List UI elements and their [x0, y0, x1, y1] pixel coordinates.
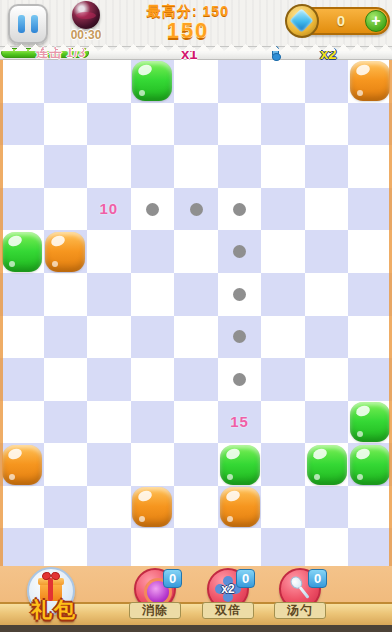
- board-cell[interactable]: [0, 273, 44, 316]
- path-dot: [146, 203, 159, 216]
- board-cell[interactable]: [174, 103, 218, 146]
- board-cell[interactable]: [44, 443, 88, 486]
- board-cell[interactable]: [0, 103, 44, 146]
- powerup-label: 双倍: [202, 602, 254, 619]
- board-cell[interactable]: [44, 103, 88, 146]
- top-bar: 00:30 最高分: 150 150 0 +: [0, 0, 392, 46]
- board-cell[interactable]: [44, 188, 88, 231]
- powerup-count-badge: 0: [236, 569, 255, 588]
- board-cell[interactable]: [87, 60, 131, 103]
- board-cell[interactable]: [348, 273, 392, 316]
- green-candy[interactable]: [2, 232, 42, 272]
- board-cell[interactable]: [44, 528, 88, 566]
- gift-label[interactable]: 礼包: [31, 596, 77, 624]
- board-cell[interactable]: [131, 401, 175, 444]
- game-board[interactable]: 1015: [0, 60, 392, 566]
- pause-button[interactable]: [8, 4, 48, 44]
- board-cell[interactable]: [261, 230, 305, 273]
- orange-candy[interactable]: [132, 487, 172, 527]
- board-cell[interactable]: [87, 358, 131, 401]
- powerup-count-badge: 0: [308, 569, 327, 588]
- board-cell[interactable]: [131, 443, 175, 486]
- game-screen: 1015 00:30 最高分: 150 150 0 + 连击 1/3 x1 x2: [0, 0, 392, 632]
- gem-icon: [285, 4, 319, 38]
- orange-candy[interactable]: [350, 61, 390, 101]
- board-cell[interactable]: [348, 358, 392, 401]
- board-cell[interactable]: [305, 145, 349, 188]
- board-cell[interactable]: [44, 401, 88, 444]
- board-cell[interactable]: [261, 358, 305, 401]
- board-cell[interactable]: [87, 528, 131, 566]
- board-cell[interactable]: [131, 358, 175, 401]
- orange-candy[interactable]: [220, 487, 260, 527]
- green-candy[interactable]: [220, 445, 260, 485]
- add-gems-button[interactable]: +: [365, 10, 387, 32]
- board-cell[interactable]: [218, 60, 262, 103]
- board-cell[interactable]: [0, 486, 44, 529]
- board-cell[interactable]: [218, 103, 262, 146]
- board-cell[interactable]: [348, 188, 392, 231]
- board-cell[interactable]: [87, 316, 131, 359]
- board-cell[interactable]: [0, 401, 44, 444]
- board-cell[interactable]: [174, 528, 218, 566]
- board-cell[interactable]: [305, 316, 349, 359]
- board-cell[interactable]: [131, 528, 175, 566]
- board-cell[interactable]: [348, 316, 392, 359]
- board-cell[interactable]: [0, 358, 44, 401]
- orange-candy[interactable]: [45, 232, 85, 272]
- current-score: 150: [118, 18, 258, 44]
- green-candy[interactable]: [350, 445, 390, 485]
- board-cell[interactable]: [305, 230, 349, 273]
- board-cell[interactable]: [87, 486, 131, 529]
- board-cell[interactable]: [174, 145, 218, 188]
- board-cell[interactable]: [261, 528, 305, 566]
- board-cell[interactable]: [174, 273, 218, 316]
- board-cell[interactable]: [305, 188, 349, 231]
- powerup-label: 汤勺: [274, 602, 326, 619]
- board-cell[interactable]: [305, 528, 349, 566]
- board-cell[interactable]: [261, 145, 305, 188]
- board-cell[interactable]: [305, 401, 349, 444]
- shelf-base: [0, 625, 392, 632]
- board-cell[interactable]: [348, 528, 392, 566]
- gem-count: 0: [320, 12, 362, 29]
- path-dot: [190, 203, 203, 216]
- board-cell[interactable]: [305, 486, 349, 529]
- board-cell[interactable]: [44, 273, 88, 316]
- board-cell[interactable]: [174, 60, 218, 103]
- timer-bomb-icon: [72, 1, 100, 29]
- board-cell[interactable]: [0, 60, 44, 103]
- board-cell[interactable]: [0, 188, 44, 231]
- board-cell[interactable]: [44, 486, 88, 529]
- board-cell[interactable]: [174, 316, 218, 359]
- board-cell[interactable]: [0, 528, 44, 566]
- board-cell[interactable]: [174, 401, 218, 444]
- orange-candy[interactable]: [2, 445, 42, 485]
- board-cell[interactable]: [87, 230, 131, 273]
- board-cell[interactable]: [348, 103, 392, 146]
- board-cell[interactable]: [261, 443, 305, 486]
- board-cell[interactable]: [174, 443, 218, 486]
- board-cell[interactable]: [261, 103, 305, 146]
- board-cell[interactable]: [0, 316, 44, 359]
- pause-icon: [18, 15, 25, 33]
- board-cell[interactable]: [0, 145, 44, 188]
- path-dot: [233, 203, 246, 216]
- board-cell[interactable]: [218, 145, 262, 188]
- gem-counter: 0 +: [288, 7, 390, 35]
- board-cell[interactable]: [87, 145, 131, 188]
- board-cell[interactable]: [174, 358, 218, 401]
- board-cell[interactable]: [131, 273, 175, 316]
- path-dot: [233, 373, 246, 386]
- board-cell[interactable]: [131, 103, 175, 146]
- board-cell[interactable]: [261, 188, 305, 231]
- board-cell[interactable]: [218, 528, 262, 566]
- board-cell[interactable]: [261, 486, 305, 529]
- path-dot: [233, 288, 246, 301]
- board-cell[interactable]: [87, 443, 131, 486]
- board-cell[interactable]: [44, 358, 88, 401]
- board-cell[interactable]: [305, 60, 349, 103]
- pause-icon: [31, 15, 38, 33]
- board-cell[interactable]: [44, 60, 88, 103]
- board-cell[interactable]: [261, 273, 305, 316]
- board-cell[interactable]: [174, 230, 218, 273]
- board-cell[interactable]: [87, 103, 131, 146]
- board-cell[interactable]: [44, 145, 88, 188]
- score-marker: 10: [87, 200, 131, 217]
- board-cell[interactable]: [261, 60, 305, 103]
- board-cell[interactable]: [261, 316, 305, 359]
- timer-text: 00:30: [54, 28, 118, 42]
- board-cell[interactable]: [131, 316, 175, 359]
- board-cell[interactable]: [131, 230, 175, 273]
- scallop-edge: [0, 44, 392, 51]
- diamond-icon: [289, 8, 313, 32]
- board-cell[interactable]: [348, 486, 392, 529]
- board-cell[interactable]: [348, 230, 392, 273]
- green-candy[interactable]: [307, 445, 347, 485]
- score-marker: 15: [218, 413, 262, 430]
- board-cell[interactable]: [305, 273, 349, 316]
- board-cell[interactable]: [44, 316, 88, 359]
- green-candy[interactable]: [350, 402, 390, 442]
- powerup-count-badge: 0: [163, 569, 182, 588]
- board-cell[interactable]: [174, 486, 218, 529]
- board-cell[interactable]: [261, 401, 305, 444]
- board-cell[interactable]: [305, 103, 349, 146]
- board-cell[interactable]: [131, 145, 175, 188]
- board-cell[interactable]: [87, 401, 131, 444]
- powerup-label: 消除: [129, 602, 181, 619]
- board-cell[interactable]: [348, 145, 392, 188]
- board-cell[interactable]: [87, 273, 131, 316]
- bottom-bar: 礼包 0消除x20双倍0汤勺: [0, 566, 392, 632]
- green-candy[interactable]: [132, 61, 172, 101]
- board-cell[interactable]: [305, 358, 349, 401]
